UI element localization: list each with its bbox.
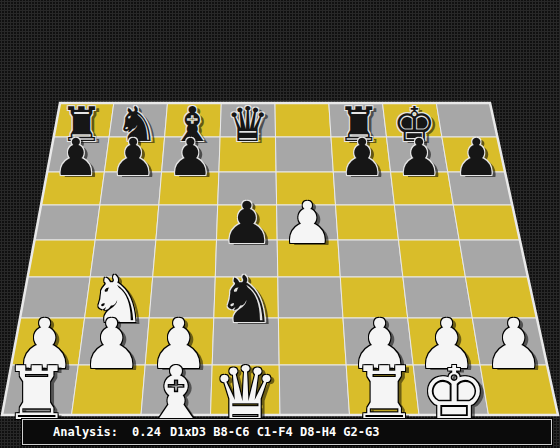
square-a5[interactable]	[35, 205, 100, 240]
square-e2[interactable]	[278, 318, 346, 365]
square-c5[interactable]	[156, 205, 218, 240]
square-b5[interactable]	[95, 205, 159, 240]
square-e3[interactable]	[278, 277, 343, 318]
white-pawn-e5[interactable]: ♟	[282, 194, 334, 252]
square-e8[interactable]	[275, 103, 331, 137]
square-f4[interactable]	[338, 240, 403, 277]
square-e1[interactable]	[279, 365, 349, 415]
chess-app-screen: ♜♞♝♛♜♚♟♟♟♟♟♟♟♟♞♞♟♟♟♟♟♟♜♝♛♜♚ Analysis: 0.…	[0, 0, 560, 448]
black-pawn-a7[interactable]: ♟	[53, 132, 99, 183]
square-h5[interactable]	[453, 205, 520, 240]
black-queen-d8[interactable]: ♛	[226, 100, 269, 148]
white-pawn-h2[interactable]: ♟	[483, 310, 545, 379]
square-h4[interactable]	[459, 240, 528, 277]
black-knight-d3[interactable]: ♞	[217, 267, 275, 332]
black-pawn-h7[interactable]: ♟	[454, 132, 500, 183]
black-pawn-b7[interactable]: ♟	[110, 132, 156, 183]
black-pawn-f7[interactable]: ♟	[339, 132, 385, 183]
black-pawn-g7[interactable]: ♟	[396, 132, 442, 183]
analysis-line: D1xD3 B8-C6 C1-F4 D8-H4 G2-G3	[170, 425, 380, 439]
analysis-bar: Analysis: 0.24 D1xD3 B8-C6 C1-F4 D8-H4 G…	[22, 419, 552, 445]
black-pawn-d5[interactable]: ♟	[221, 194, 273, 252]
square-e7[interactable]	[276, 137, 334, 172]
square-a4[interactable]	[28, 240, 96, 277]
black-pawn-c7[interactable]: ♟	[167, 132, 213, 183]
square-g4[interactable]	[399, 240, 466, 277]
square-g5[interactable]	[394, 205, 459, 240]
square-f5[interactable]	[336, 205, 399, 240]
analysis-score: 0.24	[132, 425, 161, 439]
square-c4[interactable]	[153, 240, 217, 277]
white-pawn-b2[interactable]: ♟	[81, 310, 143, 379]
analysis-label: Analysis:	[53, 425, 118, 439]
